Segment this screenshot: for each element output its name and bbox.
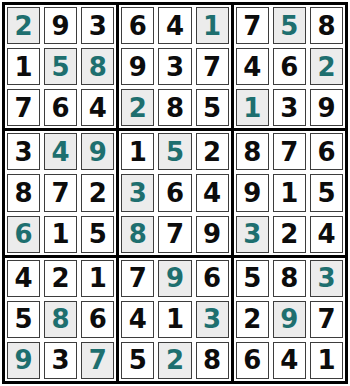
cell-r6c2[interactable]: 1 — [44, 216, 77, 253]
cell-r4c1[interactable]: 3 — [7, 133, 40, 170]
cell-r8c5[interactable]: 1 — [158, 301, 191, 338]
cell-r9c2[interactable]: 3 — [44, 342, 77, 379]
cell-r9c5[interactable]: 2 — [158, 342, 191, 379]
cell-r3c1[interactable]: 7 — [7, 89, 40, 126]
cell-r9c1[interactable]: 9 — [7, 342, 40, 379]
cell-r9c7[interactable]: 6 — [236, 342, 269, 379]
cell-r7c6[interactable]: 6 — [196, 260, 229, 297]
cell-r8c4[interactable]: 4 — [121, 301, 154, 338]
cell-r6c1[interactable]: 6 — [7, 216, 40, 253]
cell-r2c5[interactable]: 3 — [158, 48, 191, 85]
cell-r4c6[interactable]: 2 — [196, 133, 229, 170]
cell-r7c9[interactable]: 3 — [310, 260, 343, 297]
cell-r1c9[interactable]: 8 — [310, 7, 343, 44]
cell-r5c5[interactable]: 6 — [158, 174, 191, 211]
cell-r4c8[interactable]: 7 — [273, 133, 306, 170]
cell-r5c2[interactable]: 7 — [44, 174, 77, 211]
cell-r1c2[interactable]: 9 — [44, 7, 77, 44]
cell-r2c6[interactable]: 7 — [196, 48, 229, 85]
cell-r6c5[interactable]: 7 — [158, 216, 191, 253]
block-r1c2: 641937285 — [119, 5, 230, 128]
cell-r6c8[interactable]: 2 — [273, 216, 306, 253]
cell-r4c7[interactable]: 8 — [236, 133, 269, 170]
cell-r3c2[interactable]: 6 — [44, 89, 77, 126]
cell-r3c4[interactable]: 2 — [121, 89, 154, 126]
cell-r7c8[interactable]: 8 — [273, 260, 306, 297]
cell-r9c3[interactable]: 7 — [81, 342, 114, 379]
cell-r6c6[interactable]: 9 — [196, 216, 229, 253]
cell-r3c6[interactable]: 5 — [196, 89, 229, 126]
cell-r8c2[interactable]: 8 — [44, 301, 77, 338]
cell-r2c4[interactable]: 9 — [121, 48, 154, 85]
cell-r3c3[interactable]: 4 — [81, 89, 114, 126]
cell-r2c7[interactable]: 4 — [236, 48, 269, 85]
cell-r7c1[interactable]: 4 — [7, 260, 40, 297]
cell-r3c7[interactable]: 1 — [236, 89, 269, 126]
cell-r6c4[interactable]: 8 — [121, 216, 154, 253]
cell-r2c2[interactable]: 5 — [44, 48, 77, 85]
cell-r5c9[interactable]: 5 — [310, 174, 343, 211]
cell-r6c9[interactable]: 4 — [310, 216, 343, 253]
cell-r5c6[interactable]: 4 — [196, 174, 229, 211]
cell-r5c8[interactable]: 1 — [273, 174, 306, 211]
cell-r1c5[interactable]: 4 — [158, 7, 191, 44]
cell-r6c3[interactable]: 5 — [81, 216, 114, 253]
cell-r4c2[interactable]: 4 — [44, 133, 77, 170]
cell-r2c3[interactable]: 8 — [81, 48, 114, 85]
cell-r2c1[interactable]: 1 — [7, 48, 40, 85]
block-r1c3: 758462139 — [234, 5, 345, 128]
cell-r9c4[interactable]: 5 — [121, 342, 154, 379]
cell-r8c9[interactable]: 7 — [310, 301, 343, 338]
cell-r9c9[interactable]: 1 — [310, 342, 343, 379]
cell-r2c8[interactable]: 6 — [273, 48, 306, 85]
cell-r4c5[interactable]: 5 — [158, 133, 191, 170]
block-r2c1: 349872615 — [5, 131, 116, 254]
cell-r2c9[interactable]: 2 — [310, 48, 343, 85]
cell-r9c8[interactable]: 4 — [273, 342, 306, 379]
block-r2c2: 152364879 — [119, 131, 230, 254]
cell-r5c4[interactable]: 3 — [121, 174, 154, 211]
block-r2c3: 876915324 — [234, 131, 345, 254]
cell-r1c4[interactable]: 6 — [121, 7, 154, 44]
cell-r7c2[interactable]: 2 — [44, 260, 77, 297]
cell-r7c7[interactable]: 5 — [236, 260, 269, 297]
cell-r1c7[interactable]: 7 — [236, 7, 269, 44]
cell-r8c8[interactable]: 9 — [273, 301, 306, 338]
cell-r1c6[interactable]: 1 — [196, 7, 229, 44]
cell-r7c3[interactable]: 1 — [81, 260, 114, 297]
block-r1c1: 293158764 — [5, 5, 116, 128]
cell-r9c6[interactable]: 8 — [196, 342, 229, 379]
block-r3c1: 421586937 — [5, 258, 116, 381]
cell-r1c3[interactable]: 3 — [81, 7, 114, 44]
cell-r6c7[interactable]: 3 — [236, 216, 269, 253]
cell-r3c9[interactable]: 9 — [310, 89, 343, 126]
block-r3c3: 583297641 — [234, 258, 345, 381]
cell-r5c7[interactable]: 9 — [236, 174, 269, 211]
block-r3c2: 796413528 — [119, 258, 230, 381]
cell-r8c3[interactable]: 6 — [81, 301, 114, 338]
cell-r5c3[interactable]: 2 — [81, 174, 114, 211]
cell-r5c1[interactable]: 8 — [7, 174, 40, 211]
cell-r1c8[interactable]: 5 — [273, 7, 306, 44]
cell-r4c9[interactable]: 6 — [310, 133, 343, 170]
cell-r7c4[interactable]: 7 — [121, 260, 154, 297]
cell-r8c7[interactable]: 2 — [236, 301, 269, 338]
cell-r7c5[interactable]: 9 — [158, 260, 191, 297]
cell-r1c1[interactable]: 2 — [7, 7, 40, 44]
cell-r3c8[interactable]: 3 — [273, 89, 306, 126]
cell-r4c4[interactable]: 1 — [121, 133, 154, 170]
sudoku-board: 2931587646419372857584621393498726151523… — [2, 2, 348, 384]
cell-r4c3[interactable]: 9 — [81, 133, 114, 170]
cell-r8c6[interactable]: 3 — [196, 301, 229, 338]
cell-r3c5[interactable]: 8 — [158, 89, 191, 126]
cell-r8c1[interactable]: 5 — [7, 301, 40, 338]
